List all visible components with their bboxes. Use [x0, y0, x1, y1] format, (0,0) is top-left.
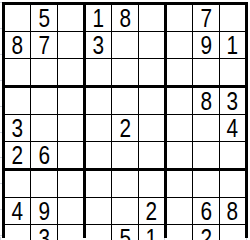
cell-r5c2[interactable]: [31, 115, 56, 141]
cell-r5c5[interactable]: 2: [112, 115, 137, 141]
cell-r8c1[interactable]: 4: [5, 198, 30, 224]
cell-r1c5[interactable]: 8: [112, 5, 137, 31]
cell-digit: 6: [200, 198, 212, 224]
cell-r4c1[interactable]: [5, 88, 30, 114]
cell-r9c2[interactable]: 3: [31, 225, 56, 240]
cell-digit: 3: [93, 32, 105, 58]
cell-r6c6[interactable]: [139, 142, 164, 168]
cell-r7c5[interactable]: [112, 171, 137, 197]
cell-digit: 4: [12, 198, 24, 224]
cell-r3c4[interactable]: [86, 59, 111, 85]
cell-r5c7[interactable]: [167, 115, 192, 141]
cell-digit: 2: [200, 225, 212, 240]
cell-r3c1[interactable]: [5, 59, 30, 85]
cell-digit: 8: [200, 88, 212, 114]
cell-r9c1[interactable]: [5, 225, 30, 240]
cell-r1c6[interactable]: [139, 5, 164, 31]
cell-r1c1[interactable]: [5, 5, 30, 31]
cell-digit: 6: [38, 142, 50, 168]
sudoku-box-8: 251: [86, 171, 164, 240]
cell-r8c7[interactable]: [167, 198, 192, 224]
sudoku-box-4: 326: [5, 88, 83, 168]
cell-r2c6[interactable]: [139, 32, 164, 58]
cell-r8c4[interactable]: [86, 198, 111, 224]
cell-r9c6[interactable]: 1: [139, 225, 164, 240]
cell-r6c1[interactable]: 2: [5, 142, 30, 168]
cell-r6c3[interactable]: [58, 142, 83, 168]
cell-r2c7[interactable]: [167, 32, 192, 58]
cell-r2c1[interactable]: 8: [5, 32, 30, 58]
cell-r5c4[interactable]: [86, 115, 111, 141]
cell-r4c3[interactable]: [58, 88, 83, 114]
cell-digit: 1: [227, 32, 239, 58]
cell-digit: 7: [38, 32, 50, 58]
sudoku-page: 5871837913262834493251682: [0, 0, 250, 240]
cell-digit: 3: [38, 225, 50, 240]
cell-digit: 5: [119, 225, 131, 240]
cell-r2c9[interactable]: 1: [220, 32, 245, 58]
cell-r5c3[interactable]: [58, 115, 83, 141]
cell-r9c4[interactable]: [86, 225, 111, 240]
sudoku-box-6: 834: [167, 88, 245, 168]
sudoku-box-1: 587: [5, 5, 83, 85]
cell-r3c3[interactable]: [58, 59, 83, 85]
cell-r6c2[interactable]: 6: [31, 142, 56, 168]
cell-r2c4[interactable]: 3: [86, 32, 111, 58]
cell-r3c9[interactable]: [220, 59, 245, 85]
cell-r1c9[interactable]: [220, 5, 245, 31]
cell-r5c8[interactable]: [193, 115, 218, 141]
cell-r6c4[interactable]: [86, 142, 111, 168]
cell-r1c2[interactable]: 5: [31, 5, 56, 31]
cell-r7c9[interactable]: [220, 171, 245, 197]
cell-r3c7[interactable]: [167, 59, 192, 85]
cell-r1c8[interactable]: 7: [193, 5, 218, 31]
cell-r2c8[interactable]: 9: [193, 32, 218, 58]
cell-r1c7[interactable]: [167, 5, 192, 31]
cell-digit: 4: [227, 115, 239, 141]
cell-r6c8[interactable]: [193, 142, 218, 168]
cell-r3c8[interactable]: [193, 59, 218, 85]
cell-r7c7[interactable]: [167, 171, 192, 197]
cell-digit: 2: [12, 142, 24, 168]
cell-r9c5[interactable]: 5: [112, 225, 137, 240]
cell-r6c5[interactable]: [112, 142, 137, 168]
cell-digit: 8: [227, 198, 239, 224]
cell-digit: 7: [200, 5, 212, 31]
cell-r4c6[interactable]: [139, 88, 164, 114]
cell-r9c7[interactable]: [167, 225, 192, 240]
cell-r4c4[interactable]: [86, 88, 111, 114]
cell-digit: 9: [200, 32, 212, 58]
cell-r7c2[interactable]: [31, 171, 56, 197]
sudoku-box-5: 2: [86, 88, 164, 168]
cell-digit: 5: [38, 5, 50, 31]
cell-r3c5[interactable]: [112, 59, 137, 85]
cell-r4c2[interactable]: [31, 88, 56, 114]
cell-digit: 2: [119, 115, 131, 141]
cell-digit: 2: [146, 198, 158, 224]
sudoku-box-2: 183: [86, 5, 164, 85]
cell-r2c3[interactable]: [58, 32, 83, 58]
cell-r5c6[interactable]: [139, 115, 164, 141]
cell-r5c9[interactable]: 4: [220, 115, 245, 141]
cell-r8c5[interactable]: [112, 198, 137, 224]
cell-r3c6[interactable]: [139, 59, 164, 85]
sudoku-box-9: 682: [167, 171, 245, 240]
cell-r7c6[interactable]: [139, 171, 164, 197]
cell-r2c2[interactable]: 7: [31, 32, 56, 58]
cell-r4c8[interactable]: 8: [193, 88, 218, 114]
cell-r1c4[interactable]: 1: [86, 5, 111, 31]
cell-r9c3[interactable]: [58, 225, 83, 240]
sudoku-box-7: 493: [5, 171, 83, 240]
cell-r9c8[interactable]: 2: [193, 225, 218, 240]
cell-digit: 3: [227, 88, 239, 114]
cell-digit: 8: [119, 5, 131, 31]
cell-digit: 9: [38, 198, 50, 224]
cell-r8c6[interactable]: 2: [139, 198, 164, 224]
cell-r5c1[interactable]: 3: [5, 115, 30, 141]
cell-r8c9[interactable]: 8: [220, 198, 245, 224]
cell-r8c2[interactable]: 9: [31, 198, 56, 224]
cell-r6c7[interactable]: [167, 142, 192, 168]
cell-r7c3[interactable]: [58, 171, 83, 197]
cell-r7c4[interactable]: [86, 171, 111, 197]
cell-r4c9[interactable]: 3: [220, 88, 245, 114]
cell-digit: 3: [12, 115, 24, 141]
cell-digit: 8: [12, 32, 24, 58]
cell-r2c5[interactable]: [112, 32, 137, 58]
cell-r1c3[interactable]: [58, 5, 83, 31]
sudoku-board: 5871837913262834493251682: [2, 2, 248, 238]
cell-r8c8[interactable]: 6: [193, 198, 218, 224]
cell-r6c9[interactable]: [220, 142, 245, 168]
cell-digit: 1: [93, 5, 105, 31]
cell-r8c3[interactable]: [58, 198, 83, 224]
cell-r9c9[interactable]: [220, 225, 245, 240]
cell-r4c7[interactable]: [167, 88, 192, 114]
sudoku-box-3: 791: [167, 5, 245, 85]
cell-r7c8[interactable]: [193, 171, 218, 197]
cell-r3c2[interactable]: [31, 59, 56, 85]
cell-r7c1[interactable]: [5, 171, 30, 197]
cell-digit: 1: [146, 225, 158, 240]
cell-r4c5[interactable]: [112, 88, 137, 114]
